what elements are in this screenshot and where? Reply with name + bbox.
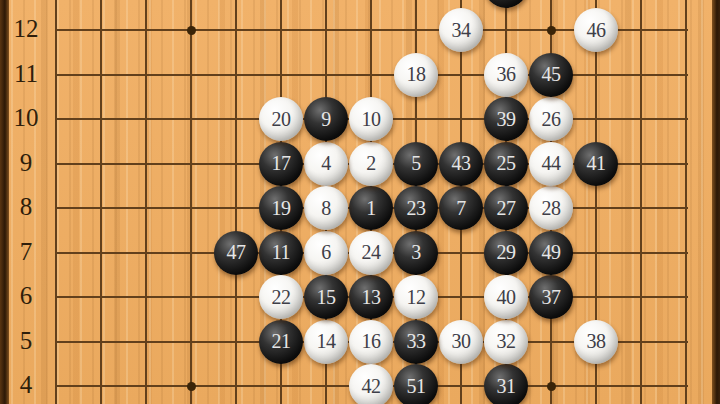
stone-black-9: 9 xyxy=(304,97,348,141)
stone-number: 14 xyxy=(317,330,336,353)
stone-number: 20 xyxy=(272,108,291,131)
grid-vline xyxy=(685,0,687,404)
stone-black-17: 17 xyxy=(259,142,303,186)
stone-black-19: 19 xyxy=(259,186,303,230)
stone-white-8: 8 xyxy=(304,186,348,230)
board-right-edge xyxy=(712,0,720,404)
stone-white-14: 14 xyxy=(304,320,348,364)
stone-number: 1 xyxy=(366,197,376,220)
stone-black-31: 31 xyxy=(484,364,528,404)
stone-number: 8 xyxy=(321,197,331,220)
stone-number: 47 xyxy=(227,241,246,264)
stone-black-27: 27 xyxy=(484,186,528,230)
stone-number: 28 xyxy=(542,197,561,220)
stone-black-43: 43 xyxy=(439,142,483,186)
stone-number: 3 xyxy=(411,241,421,264)
stone-number: 21 xyxy=(272,330,291,353)
row-label: 7 xyxy=(8,237,44,265)
stone-black-5: 5 xyxy=(394,142,438,186)
stone-white-20: 20 xyxy=(259,97,303,141)
stone-black-51: 51 xyxy=(394,364,438,404)
stone-number: 29 xyxy=(497,241,516,264)
stone-number: 38 xyxy=(587,330,606,353)
stone-number: 25 xyxy=(497,152,516,175)
stone-number: 26 xyxy=(542,108,561,131)
stone-number: 10 xyxy=(362,108,381,131)
stone-number: 12 xyxy=(407,286,426,309)
stone-number: 5 xyxy=(411,152,421,175)
stone-number: 44 xyxy=(542,152,561,175)
stone-white-12: 12 xyxy=(394,275,438,319)
stone-white-6: 6 xyxy=(304,231,348,275)
stone-black-11: 11 xyxy=(259,231,303,275)
stone-number: 51 xyxy=(407,375,426,398)
stone-black-23: 23 xyxy=(394,186,438,230)
row-label: 10 xyxy=(8,104,44,132)
stone-white-34: 34 xyxy=(439,8,483,52)
grid-vline xyxy=(190,0,192,404)
stone-black-39: 39 xyxy=(484,97,528,141)
stone-number: 9 xyxy=(321,108,331,131)
grid-vline xyxy=(55,0,57,404)
stone-white-22: 22 xyxy=(259,275,303,319)
go-board[interactable]: 121110987654 123456789101112131415161718… xyxy=(0,0,720,404)
stone-number: 24 xyxy=(362,241,381,264)
stone-white-28: 28 xyxy=(529,186,573,230)
stone-white-10: 10 xyxy=(349,97,393,141)
stone-black-3: 3 xyxy=(394,231,438,275)
star-point xyxy=(547,26,556,35)
stone-number: 46 xyxy=(587,19,606,42)
stone-white-2: 2 xyxy=(349,142,393,186)
stone-black-13: 13 xyxy=(349,275,393,319)
stone-number: 11 xyxy=(272,241,290,264)
stone-number: 6 xyxy=(321,241,331,264)
star-point xyxy=(547,382,556,391)
stone-black-35: 35 xyxy=(484,0,528,8)
stone-number: 19 xyxy=(272,197,291,220)
stone-white-42: 42 xyxy=(349,364,393,404)
grid-hline xyxy=(55,74,688,76)
stone-number: 15 xyxy=(317,286,336,309)
stone-white-26: 26 xyxy=(529,97,573,141)
stone-number: 18 xyxy=(407,63,426,86)
stone-number: 2 xyxy=(366,152,376,175)
stone-white-4: 4 xyxy=(304,142,348,186)
row-label: 11 xyxy=(8,59,44,87)
stone-number: 30 xyxy=(452,330,471,353)
stone-number: 42 xyxy=(362,375,381,398)
row-label: 9 xyxy=(8,148,44,176)
stone-number: 7 xyxy=(456,197,466,220)
stone-number: 40 xyxy=(497,286,516,309)
stone-white-40: 40 xyxy=(484,275,528,319)
stone-number: 16 xyxy=(362,330,381,353)
stone-number: 45 xyxy=(542,63,561,86)
stone-black-47: 47 xyxy=(214,231,258,275)
stone-white-38: 38 xyxy=(574,320,618,364)
stone-white-46: 46 xyxy=(574,8,618,52)
stone-number: 31 xyxy=(497,375,516,398)
row-label: 5 xyxy=(8,326,44,354)
stone-white-16: 16 xyxy=(349,320,393,364)
stone-white-24: 24 xyxy=(349,231,393,275)
stone-white-30: 30 xyxy=(439,320,483,364)
stone-white-18: 18 xyxy=(394,53,438,97)
star-point xyxy=(187,382,196,391)
stone-number: 43 xyxy=(452,152,471,175)
grid-vline xyxy=(640,0,642,404)
stone-black-37: 37 xyxy=(529,275,573,319)
grid-vline xyxy=(235,0,237,404)
row-label: 12 xyxy=(8,15,44,43)
stone-black-1: 1 xyxy=(349,186,393,230)
stone-white-44: 44 xyxy=(529,142,573,186)
stone-number: 32 xyxy=(497,330,516,353)
stone-number: 33 xyxy=(407,330,426,353)
stone-number: 37 xyxy=(542,286,561,309)
stone-number: 27 xyxy=(497,197,516,220)
stone-black-21: 21 xyxy=(259,320,303,364)
stone-white-32: 32 xyxy=(484,320,528,364)
stone-black-29: 29 xyxy=(484,231,528,275)
stone-number: 23 xyxy=(407,197,426,220)
stone-black-49: 49 xyxy=(529,231,573,275)
stone-black-33: 33 xyxy=(394,320,438,364)
stone-number: 39 xyxy=(497,108,516,131)
stone-black-25: 25 xyxy=(484,142,528,186)
grid-vline xyxy=(100,0,102,404)
stone-number: 49 xyxy=(542,241,561,264)
row-label: 6 xyxy=(8,282,44,310)
stone-black-15: 15 xyxy=(304,275,348,319)
stone-number: 17 xyxy=(272,152,291,175)
stone-black-41: 41 xyxy=(574,142,618,186)
grid-vline xyxy=(145,0,147,404)
row-label: 4 xyxy=(8,371,44,399)
stone-black-7: 7 xyxy=(439,186,483,230)
star-point xyxy=(187,26,196,35)
row-label: 8 xyxy=(8,193,44,221)
stone-number: 36 xyxy=(497,63,516,86)
stone-number: 22 xyxy=(272,286,291,309)
stone-number: 41 xyxy=(587,152,606,175)
stone-number: 13 xyxy=(362,286,381,309)
stone-number: 4 xyxy=(321,152,331,175)
stone-number: 34 xyxy=(452,19,471,42)
stone-white-36: 36 xyxy=(484,53,528,97)
stone-black-45: 45 xyxy=(529,53,573,97)
